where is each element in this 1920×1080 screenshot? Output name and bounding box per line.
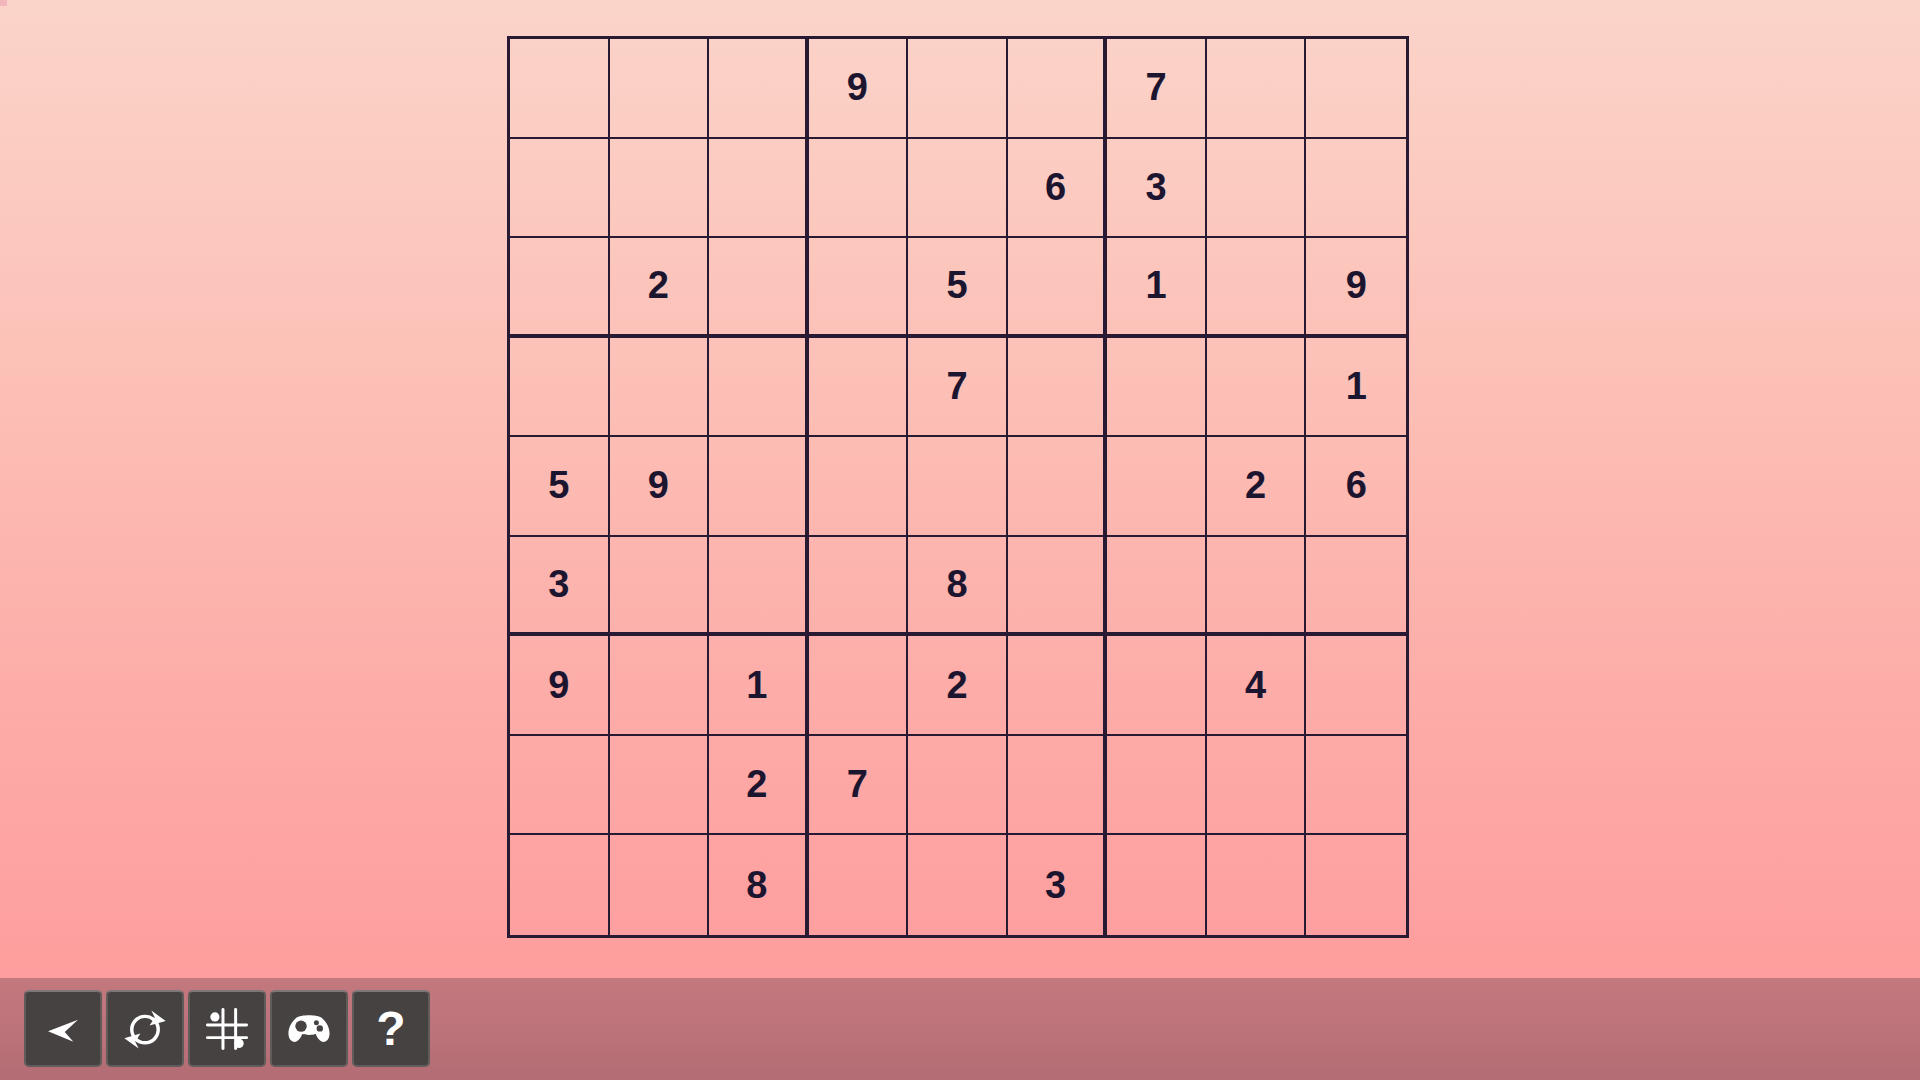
cell-r4c4[interactable]	[809, 338, 909, 438]
cell-r3c3[interactable]	[709, 238, 809, 338]
cell-r8c5[interactable]	[908, 736, 1008, 836]
cell-r9c5[interactable]	[908, 835, 1008, 935]
cell-r4c1[interactable]	[510, 338, 610, 438]
help-button[interactable]: ?	[352, 990, 430, 1067]
corner-artifact	[0, 0, 7, 6]
cell-r5c8[interactable]: 2	[1207, 437, 1307, 537]
sudoku-grid-icon	[204, 1006, 250, 1052]
cell-r3c2[interactable]: 2	[610, 238, 710, 338]
restart-button[interactable]	[106, 990, 184, 1067]
cell-r9c9[interactable]	[1306, 835, 1406, 935]
cell-r5c2[interactable]: 9	[610, 437, 710, 537]
question-mark-icon: ?	[376, 1005, 405, 1053]
cell-r6c4[interactable]	[809, 537, 909, 637]
cell-r8c6[interactable]	[1008, 736, 1108, 836]
cell-r4c5[interactable]: 7	[908, 338, 1008, 438]
cell-r8c9[interactable]	[1306, 736, 1406, 836]
cell-r7c3[interactable]: 1	[709, 636, 809, 736]
gamepad-icon	[284, 1010, 334, 1048]
cell-r9c2[interactable]	[610, 835, 710, 935]
cell-r1c8[interactable]	[1207, 39, 1307, 139]
cell-r7c4[interactable]	[809, 636, 909, 736]
cell-r7c9[interactable]	[1306, 636, 1406, 736]
cell-r3c6[interactable]	[1008, 238, 1108, 338]
cell-r9c7[interactable]	[1107, 835, 1207, 935]
cell-r7c2[interactable]	[610, 636, 710, 736]
cell-r1c9[interactable]	[1306, 39, 1406, 139]
cell-r1c2[interactable]	[610, 39, 710, 139]
toolbar: ?	[0, 978, 1920, 1080]
cell-r3c5[interactable]: 5	[908, 238, 1008, 338]
back-arrow-icon	[40, 1006, 86, 1052]
back-button[interactable]	[24, 990, 102, 1067]
app-background: 976325197159263891242783	[0, 0, 1920, 1080]
cell-r6c5[interactable]: 8	[908, 537, 1008, 637]
cell-r9c8[interactable]	[1207, 835, 1307, 935]
cell-r3c9[interactable]: 9	[1306, 238, 1406, 338]
cell-r4c2[interactable]	[610, 338, 710, 438]
cell-r2c4[interactable]	[809, 139, 909, 239]
cell-r1c3[interactable]	[709, 39, 809, 139]
toolbar-buttons: ?	[24, 990, 430, 1067]
cell-r8c1[interactable]	[510, 736, 610, 836]
cell-r3c7[interactable]: 1	[1107, 238, 1207, 338]
cell-r4c6[interactable]	[1008, 338, 1108, 438]
cell-r2c9[interactable]	[1306, 139, 1406, 239]
cell-r6c1[interactable]: 3	[510, 537, 610, 637]
cell-r1c7[interactable]: 7	[1107, 39, 1207, 139]
cell-r6c6[interactable]	[1008, 537, 1108, 637]
cell-r3c8[interactable]	[1207, 238, 1307, 338]
cell-r5c7[interactable]	[1107, 437, 1207, 537]
cell-r8c3[interactable]: 2	[709, 736, 809, 836]
cell-r7c7[interactable]	[1107, 636, 1207, 736]
cell-r2c7[interactable]: 3	[1107, 139, 1207, 239]
cell-r2c3[interactable]	[709, 139, 809, 239]
refresh-icon	[122, 1006, 168, 1052]
cell-r2c1[interactable]	[510, 139, 610, 239]
cell-r6c9[interactable]	[1306, 537, 1406, 637]
cell-r3c1[interactable]	[510, 238, 610, 338]
cell-r7c1[interactable]: 9	[510, 636, 610, 736]
cell-r6c3[interactable]	[709, 537, 809, 637]
cell-r7c6[interactable]	[1008, 636, 1108, 736]
cell-r5c3[interactable]	[709, 437, 809, 537]
cell-r8c2[interactable]	[610, 736, 710, 836]
sudoku-board: 976325197159263891242783	[507, 36, 1409, 938]
cell-r6c8[interactable]	[1207, 537, 1307, 637]
cell-r4c7[interactable]	[1107, 338, 1207, 438]
cell-r2c5[interactable]	[908, 139, 1008, 239]
cell-r4c8[interactable]	[1207, 338, 1307, 438]
cell-r2c6[interactable]: 6	[1008, 139, 1108, 239]
cell-r8c8[interactable]	[1207, 736, 1307, 836]
cell-r4c9[interactable]: 1	[1306, 338, 1406, 438]
cell-r9c4[interactable]	[809, 835, 909, 935]
cell-r9c6[interactable]: 3	[1008, 835, 1108, 935]
cell-r5c5[interactable]	[908, 437, 1008, 537]
cell-r1c5[interactable]	[908, 39, 1008, 139]
cell-r9c3[interactable]: 8	[709, 835, 809, 935]
cell-r1c1[interactable]	[510, 39, 610, 139]
cell-r1c6[interactable]	[1008, 39, 1108, 139]
cell-r5c1[interactable]: 5	[510, 437, 610, 537]
cell-r3c4[interactable]	[809, 238, 909, 338]
cell-r7c5[interactable]: 2	[908, 636, 1008, 736]
gamepad-button[interactable]	[270, 990, 348, 1067]
cell-r8c7[interactable]	[1107, 736, 1207, 836]
cell-r4c3[interactable]	[709, 338, 809, 438]
cell-r2c2[interactable]	[610, 139, 710, 239]
cell-r8c4[interactable]: 7	[809, 736, 909, 836]
cell-r6c2[interactable]	[610, 537, 710, 637]
cell-r7c8[interactable]: 4	[1207, 636, 1307, 736]
cell-r1c4[interactable]: 9	[809, 39, 909, 139]
grid-button[interactable]	[188, 990, 266, 1067]
cell-r9c1[interactable]	[510, 835, 610, 935]
cell-r5c6[interactable]	[1008, 437, 1108, 537]
cell-r5c4[interactable]	[809, 437, 909, 537]
cell-r2c8[interactable]	[1207, 139, 1307, 239]
cell-r5c9[interactable]: 6	[1306, 437, 1406, 537]
cell-r6c7[interactable]	[1107, 537, 1207, 637]
